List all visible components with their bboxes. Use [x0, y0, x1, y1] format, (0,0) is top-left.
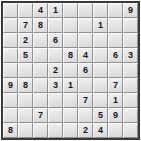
empty-cell-r1c1[interactable] [3, 3, 18, 18]
empty-cell-r3c9[interactable] [123, 33, 138, 48]
given-cell-r1c4: 1 [48, 3, 63, 18]
empty-cell-r4c1[interactable] [3, 48, 18, 63]
given-cell-r6c8: 7 [108, 78, 123, 93]
given-cell-r5c6: 6 [78, 63, 93, 78]
empty-cell-r9c9[interactable] [123, 123, 138, 138]
given-cell-r1c3: 4 [33, 3, 48, 18]
empty-cell-r3c6[interactable] [78, 33, 93, 48]
empty-cell-r9c8[interactable] [108, 123, 123, 138]
empty-cell-r2c4[interactable] [48, 18, 63, 33]
empty-cell-r6c7[interactable] [93, 78, 108, 93]
empty-cell-r5c7[interactable] [93, 63, 108, 78]
empty-cell-r3c3[interactable] [33, 33, 48, 48]
empty-cell-r8c5[interactable] [63, 108, 78, 123]
empty-cell-r3c5[interactable] [63, 33, 78, 48]
given-cell-r4c6: 4 [78, 48, 93, 63]
empty-cell-r5c8[interactable] [108, 63, 123, 78]
empty-cell-r6c9[interactable] [123, 78, 138, 93]
empty-cell-r1c2[interactable] [18, 3, 33, 18]
empty-cell-r4c3[interactable] [33, 48, 48, 63]
given-cell-r8c8: 9 [108, 108, 123, 123]
empty-cell-r4c4[interactable] [48, 48, 63, 63]
given-cell-r5c4: 2 [48, 63, 63, 78]
given-cell-r2c3: 8 [33, 18, 48, 33]
given-cell-r6c2: 8 [18, 78, 33, 93]
empty-cell-r1c7[interactable] [93, 3, 108, 18]
given-cell-r6c1: 9 [3, 78, 18, 93]
empty-cell-r3c7[interactable] [93, 33, 108, 48]
empty-cell-r7c1[interactable] [3, 93, 18, 108]
empty-cell-r5c3[interactable] [33, 63, 48, 78]
empty-cell-r7c2[interactable] [18, 93, 33, 108]
given-cell-r7c6: 7 [78, 93, 93, 108]
empty-cell-r7c5[interactable] [63, 93, 78, 108]
empty-cell-r8c4[interactable] [48, 108, 63, 123]
given-cell-r9c1: 8 [3, 123, 18, 138]
given-cell-r2c2: 7 [18, 18, 33, 33]
empty-cell-r3c8[interactable] [108, 33, 123, 48]
empty-cell-r5c2[interactable] [18, 63, 33, 78]
empty-cell-r1c5[interactable] [63, 3, 78, 18]
given-cell-r6c5: 1 [63, 78, 78, 93]
empty-cell-r5c1[interactable] [3, 63, 18, 78]
sudoku-board: 4197812658463269831771759824 [1, 1, 140, 140]
given-cell-r3c2: 2 [18, 33, 33, 48]
empty-cell-r5c5[interactable] [63, 63, 78, 78]
empty-cell-r2c8[interactable] [108, 18, 123, 33]
empty-cell-r2c6[interactable] [78, 18, 93, 33]
given-cell-r8c3: 7 [33, 108, 48, 123]
empty-cell-r7c4[interactable] [48, 93, 63, 108]
empty-cell-r7c3[interactable] [33, 93, 48, 108]
empty-cell-r5c9[interactable] [123, 63, 138, 78]
empty-cell-r2c1[interactable] [3, 18, 18, 33]
given-cell-r8c7: 5 [93, 108, 108, 123]
empty-cell-r4c7[interactable] [93, 48, 108, 63]
given-cell-r9c6: 2 [78, 123, 93, 138]
empty-cell-r1c6[interactable] [78, 3, 93, 18]
empty-cell-r9c4[interactable] [48, 123, 63, 138]
given-cell-r3c4: 6 [48, 33, 63, 48]
empty-cell-r9c3[interactable] [33, 123, 48, 138]
empty-cell-r8c6[interactable] [78, 108, 93, 123]
given-cell-r1c9: 9 [123, 3, 138, 18]
given-cell-r9c7: 4 [93, 123, 108, 138]
given-cell-r4c2: 5 [18, 48, 33, 63]
empty-cell-r2c9[interactable] [123, 18, 138, 33]
empty-cell-r3c1[interactable] [3, 33, 18, 48]
empty-cell-r7c7[interactable] [93, 93, 108, 108]
empty-cell-r7c9[interactable] [123, 93, 138, 108]
given-cell-r2c7: 1 [93, 18, 108, 33]
empty-cell-r9c5[interactable] [63, 123, 78, 138]
given-cell-r4c9: 3 [123, 48, 138, 63]
given-cell-r7c8: 1 [108, 93, 123, 108]
empty-cell-r6c6[interactable] [78, 78, 93, 93]
empty-cell-r2c5[interactable] [63, 18, 78, 33]
empty-cell-r9c2[interactable] [18, 123, 33, 138]
empty-cell-r1c8[interactable] [108, 3, 123, 18]
given-cell-r4c8: 6 [108, 48, 123, 63]
empty-cell-r8c1[interactable] [3, 108, 18, 123]
given-cell-r6c4: 3 [48, 78, 63, 93]
empty-cell-r8c9[interactable] [123, 108, 138, 123]
given-cell-r4c5: 8 [63, 48, 78, 63]
empty-cell-r8c2[interactable] [18, 108, 33, 123]
empty-cell-r6c3[interactable] [33, 78, 48, 93]
